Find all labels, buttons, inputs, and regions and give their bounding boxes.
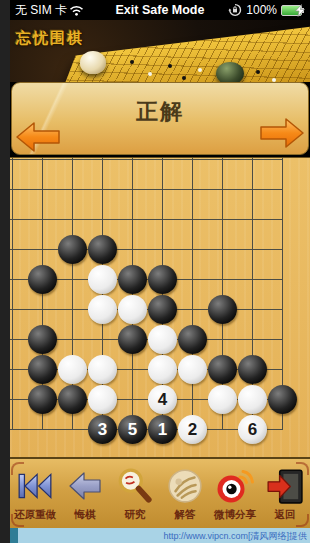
black-stone [28, 355, 57, 384]
black-stone [238, 355, 267, 384]
banner-stone [168, 64, 172, 68]
white-stone-bowl [80, 51, 106, 74]
black-stone-bowl [216, 62, 244, 82]
board-gridline [10, 219, 283, 220]
board-gridline [192, 158, 193, 430]
research-button[interactable]: 研究 [111, 464, 160, 522]
black-stone [268, 385, 297, 414]
battery-icon [281, 5, 306, 16]
white-stone [88, 265, 117, 294]
go-board[interactable]: 435126 [10, 157, 310, 457]
white-stone [88, 295, 117, 324]
weibo-share-label: 微博分享 [214, 508, 256, 522]
app-title: 忘忧围棋 [16, 29, 84, 48]
black-stone [178, 325, 207, 354]
white-stone [88, 385, 117, 414]
move-3-stone: 3 [88, 415, 117, 444]
undo-move-button[interactable]: 悔棋 [61, 464, 110, 522]
white-stone [148, 325, 177, 354]
banner-stone [148, 72, 152, 76]
toolbar: 还原重做 悔棋 研究 解答 [10, 457, 310, 528]
black-stone [118, 265, 147, 294]
back-label: 返回 [275, 508, 296, 522]
move-2-stone: 2 [178, 415, 207, 444]
white-stone [178, 355, 207, 384]
toolbar-corner-ornament [11, 514, 24, 527]
move-5-stone: 5 [118, 415, 147, 444]
board-gridline [10, 159, 283, 160]
move-1-stone: 1 [148, 415, 177, 444]
toolbar-corner-ornament [296, 462, 309, 475]
black-stone [28, 325, 57, 354]
answer-icon [166, 467, 204, 505]
toolbar-corner-ornament [296, 514, 309, 527]
charging-bolt-icon [294, 4, 306, 17]
white-stone [238, 385, 267, 414]
black-stone [208, 295, 237, 324]
next-arrow-button[interactable] [259, 116, 305, 150]
research-icon [116, 467, 154, 505]
strip-accent-block [10, 528, 18, 543]
battery-percent: 100% [246, 3, 277, 17]
black-stone [88, 235, 117, 264]
banner-stone [182, 76, 186, 80]
solution-panel: 正解 [11, 82, 309, 155]
app-screen: 无 SIM 卡 Exit Safe Mode 100% [10, 0, 310, 543]
prev-arrow-button[interactable] [15, 120, 61, 154]
board-gridline [132, 158, 133, 430]
black-stone [118, 325, 147, 354]
white-stone [148, 355, 177, 384]
undo-icon [67, 468, 103, 504]
move-6-stone: 6 [238, 415, 267, 444]
board-gridline [10, 189, 283, 190]
black-stone [148, 295, 177, 324]
move-4-stone: 4 [148, 385, 177, 414]
white-stone [88, 355, 117, 384]
black-stone [58, 385, 87, 414]
board-gridline [10, 249, 283, 250]
banner-stone [130, 60, 134, 64]
white-stone [58, 355, 87, 384]
black-stone [28, 265, 57, 294]
weibo-share-button[interactable]: 微博分享 [211, 464, 260, 522]
rotation-lock-icon [228, 3, 242, 17]
black-stone [28, 385, 57, 414]
banner-stone [198, 68, 202, 72]
board-gridline [12, 158, 13, 430]
toolbar-corner-ornament [11, 462, 24, 475]
banner-stone [256, 70, 260, 74]
white-stone [118, 295, 147, 324]
black-stone [208, 355, 237, 384]
watermark-text: http://www.vipcn.com[清风网络]提供 [163, 530, 307, 543]
white-stone [208, 385, 237, 414]
watermark-strip: http://www.vipcn.com[清风网络]提供 [10, 528, 310, 543]
black-stone [148, 265, 177, 294]
show-answer-label: 解答 [175, 508, 196, 522]
black-stone [58, 235, 87, 264]
show-answer-button[interactable]: 解答 [161, 464, 210, 522]
status-bar: 无 SIM 卡 Exit Safe Mode 100% [10, 0, 310, 20]
app-banner: 忘忧围棋 [10, 20, 310, 82]
undo-move-label: 悔棋 [75, 508, 96, 522]
weibo-icon [215, 467, 255, 505]
research-label: 研究 [125, 508, 146, 522]
